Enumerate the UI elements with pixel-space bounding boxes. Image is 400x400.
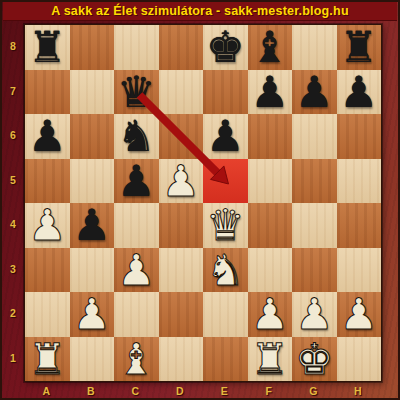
file-label-c: C [113, 380, 158, 400]
square-g6[interactable] [292, 114, 337, 159]
rank-label-5: 5 [2, 158, 24, 203]
square-b5[interactable] [70, 159, 115, 204]
square-g3[interactable] [292, 248, 337, 293]
file-label-f: F [247, 380, 292, 400]
square-c6[interactable]: ♞ [114, 114, 159, 159]
piece-white-knight: ♞ [206, 248, 245, 293]
square-f6[interactable] [248, 114, 293, 159]
piece-white-pawn: ♟ [117, 248, 156, 293]
square-e8[interactable]: ♚ [203, 25, 248, 70]
piece-black-rook: ♜ [339, 25, 378, 70]
square-f8[interactable]: ♝ [248, 25, 293, 70]
file-label-e: E [202, 380, 247, 400]
square-h6[interactable] [337, 114, 382, 159]
rank-label-1: 1 [2, 336, 24, 381]
chess-board: ♜♚♝♜♛♟♟♟♟♞♟♟♟♟♟♛♟♞♟♟♟♟♜♝♜♚ [24, 24, 382, 382]
square-a3[interactable] [25, 248, 70, 293]
square-d7[interactable] [159, 70, 204, 115]
square-c7[interactable]: ♛ [114, 70, 159, 115]
square-d3[interactable] [159, 248, 204, 293]
square-f5[interactable] [248, 159, 293, 204]
square-d8[interactable] [159, 25, 204, 70]
square-d1[interactable] [159, 337, 204, 382]
piece-white-queen: ♛ [206, 203, 245, 248]
rank-labels: 87654321 [2, 24, 24, 380]
rank-label-7: 7 [2, 69, 24, 114]
piece-white-pawn: ♟ [28, 203, 67, 248]
piece-black-pawn: ♟ [295, 70, 334, 115]
page-title: A sakk az Élet szimulátora - sakk-mester… [51, 4, 348, 18]
piece-white-king: ♚ [295, 337, 334, 382]
piece-black-pawn: ♟ [117, 159, 156, 204]
rank-label-2: 2 [2, 291, 24, 336]
file-label-d: D [158, 380, 203, 400]
piece-black-king: ♚ [206, 25, 245, 70]
square-a7[interactable] [25, 70, 70, 115]
square-a4[interactable]: ♟ [25, 203, 70, 248]
piece-black-queen: ♛ [117, 70, 156, 115]
square-b7[interactable] [70, 70, 115, 115]
square-a5[interactable] [25, 159, 70, 204]
square-g8[interactable] [292, 25, 337, 70]
square-b3[interactable] [70, 248, 115, 293]
piece-black-pawn: ♟ [339, 70, 378, 115]
piece-black-pawn: ♟ [72, 203, 111, 248]
file-label-b: B [69, 380, 114, 400]
square-c5[interactable]: ♟ [114, 159, 159, 204]
square-c2[interactable] [114, 292, 159, 337]
square-d6[interactable] [159, 114, 204, 159]
square-b1[interactable] [70, 337, 115, 382]
piece-white-bishop: ♝ [117, 337, 156, 382]
square-a1[interactable]: ♜ [25, 337, 70, 382]
square-g2[interactable]: ♟ [292, 292, 337, 337]
square-e2[interactable] [203, 292, 248, 337]
square-a8[interactable]: ♜ [25, 25, 70, 70]
square-g7[interactable]: ♟ [292, 70, 337, 115]
piece-white-rook: ♜ [250, 337, 289, 382]
piece-black-pawn: ♟ [28, 114, 67, 159]
chess-diagram-window: A sakk az Élet szimulátora - sakk-mester… [0, 0, 400, 400]
file-label-a: A [24, 380, 69, 400]
square-g1[interactable]: ♚ [292, 337, 337, 382]
file-label-g: G [291, 380, 336, 400]
rank-label-4: 4 [2, 202, 24, 247]
square-f3[interactable] [248, 248, 293, 293]
square-e7[interactable] [203, 70, 248, 115]
square-b2[interactable]: ♟ [70, 292, 115, 337]
piece-white-pawn: ♟ [161, 159, 200, 204]
square-d4[interactable] [159, 203, 204, 248]
title-bar: A sakk az Élet szimulátora - sakk-mester… [3, 2, 397, 21]
square-f7[interactable]: ♟ [248, 70, 293, 115]
square-g4[interactable] [292, 203, 337, 248]
square-c8[interactable] [114, 25, 159, 70]
square-e6[interactable]: ♟ [203, 114, 248, 159]
square-h5[interactable] [337, 159, 382, 204]
piece-white-pawn: ♟ [295, 292, 334, 337]
square-h2[interactable]: ♟ [337, 292, 382, 337]
square-f4[interactable] [248, 203, 293, 248]
piece-black-bishop: ♝ [250, 25, 289, 70]
square-f2[interactable]: ♟ [248, 292, 293, 337]
square-b4[interactable]: ♟ [70, 203, 115, 248]
piece-black-rook: ♜ [28, 25, 67, 70]
square-d2[interactable] [159, 292, 204, 337]
rank-label-8: 8 [2, 24, 24, 69]
square-b8[interactable] [70, 25, 115, 70]
square-h7[interactable]: ♟ [337, 70, 382, 115]
file-label-h: H [336, 380, 381, 400]
square-g5[interactable] [292, 159, 337, 204]
square-d5[interactable]: ♟ [159, 159, 204, 204]
square-c1[interactable]: ♝ [114, 337, 159, 382]
square-e5[interactable] [203, 159, 248, 204]
square-h4[interactable] [337, 203, 382, 248]
square-b6[interactable] [70, 114, 115, 159]
square-f1[interactable]: ♜ [248, 337, 293, 382]
square-e4[interactable]: ♛ [203, 203, 248, 248]
square-e3[interactable]: ♞ [203, 248, 248, 293]
square-c3[interactable]: ♟ [114, 248, 159, 293]
piece-white-pawn: ♟ [72, 292, 111, 337]
square-h1[interactable] [337, 337, 382, 382]
square-a6[interactable]: ♟ [25, 114, 70, 159]
piece-black-pawn: ♟ [250, 70, 289, 115]
rank-label-3: 3 [2, 247, 24, 292]
square-c4[interactable] [114, 203, 159, 248]
square-e1[interactable] [203, 337, 248, 382]
square-a2[interactable] [25, 292, 70, 337]
piece-white-pawn: ♟ [250, 292, 289, 337]
file-labels: ABCDEFGH [24, 380, 380, 400]
square-h3[interactable] [337, 248, 382, 293]
rank-label-6: 6 [2, 113, 24, 158]
piece-white-pawn: ♟ [339, 292, 378, 337]
piece-black-knight: ♞ [117, 114, 156, 159]
piece-white-rook: ♜ [28, 337, 67, 382]
piece-black-pawn: ♟ [206, 114, 245, 159]
square-h8[interactable]: ♜ [337, 25, 382, 70]
